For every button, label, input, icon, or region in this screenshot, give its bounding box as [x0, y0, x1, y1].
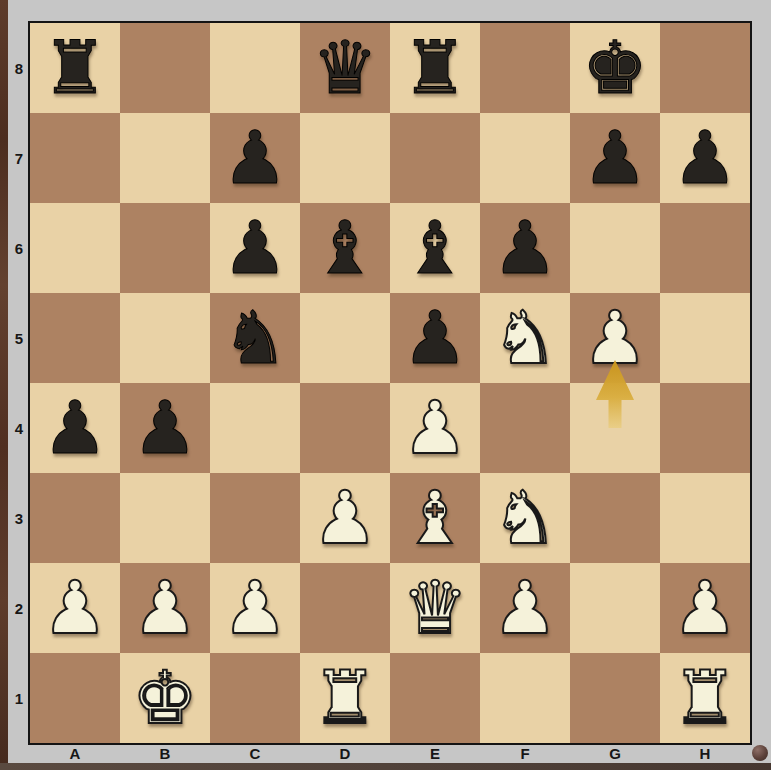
square-b6[interactable]: [120, 203, 210, 293]
piece-black-pawn: ♟: [222, 113, 287, 203]
square-g1[interactable]: [570, 653, 660, 743]
piece-white-rook: ♜: [672, 653, 737, 743]
file-labels: ABCDEFGH: [30, 743, 750, 763]
piece-black-pawn: ♟: [402, 293, 467, 383]
square-a2[interactable]: ♟: [30, 563, 120, 653]
piece-white-pawn: ♟: [492, 563, 557, 653]
file-label-e: E: [390, 743, 480, 763]
file-label-d: D: [300, 743, 390, 763]
file-label-f: F: [480, 743, 570, 763]
piece-black-bishop: ♝: [312, 203, 377, 293]
piece-white-queen: ♛: [402, 563, 467, 653]
wood-frame-bottom: [0, 763, 771, 770]
square-f6[interactable]: ♟: [480, 203, 570, 293]
square-e2[interactable]: ♛: [390, 563, 480, 653]
square-b1[interactable]: ♚: [120, 653, 210, 743]
piece-black-pawn: ♟: [132, 383, 197, 473]
square-c3[interactable]: [210, 473, 300, 563]
piece-white-pawn: ♟: [402, 383, 467, 473]
square-g6[interactable]: [570, 203, 660, 293]
piece-black-knight: ♞: [222, 293, 287, 383]
square-f5[interactable]: ♞: [480, 293, 570, 383]
square-c6[interactable]: ♟: [210, 203, 300, 293]
file-label-a: A: [30, 743, 120, 763]
square-h1[interactable]: ♜: [660, 653, 750, 743]
piece-black-pawn: ♟: [492, 203, 557, 293]
square-f8[interactable]: [480, 23, 570, 113]
square-d5[interactable]: [300, 293, 390, 383]
square-e7[interactable]: [390, 113, 480, 203]
square-h4[interactable]: [660, 383, 750, 473]
file-label-h: H: [660, 743, 750, 763]
square-a8[interactable]: ♜: [30, 23, 120, 113]
square-e6[interactable]: ♝: [390, 203, 480, 293]
square-a6[interactable]: [30, 203, 120, 293]
square-a7[interactable]: [30, 113, 120, 203]
square-d3[interactable]: ♟: [300, 473, 390, 563]
rank-label-4: 4: [8, 383, 30, 473]
piece-white-knight: ♞: [492, 293, 557, 383]
rank-label-2: 2: [8, 563, 30, 653]
square-b7[interactable]: [120, 113, 210, 203]
rank-label-1: 1: [8, 653, 30, 743]
square-f3[interactable]: ♞: [480, 473, 570, 563]
rank-label-8: 8: [8, 23, 30, 113]
piece-black-queen: ♛: [312, 23, 377, 113]
square-d7[interactable]: [300, 113, 390, 203]
square-g2[interactable]: [570, 563, 660, 653]
square-f1[interactable]: [480, 653, 570, 743]
square-e3[interactable]: ♝: [390, 473, 480, 563]
piece-black-rook: ♜: [402, 23, 467, 113]
resize-dot-icon: [752, 745, 768, 761]
square-b5[interactable]: [120, 293, 210, 383]
piece-black-rook: ♜: [42, 23, 107, 113]
piece-white-bishop: ♝: [402, 473, 467, 563]
square-d8[interactable]: ♛: [300, 23, 390, 113]
square-b3[interactable]: [120, 473, 210, 563]
rank-label-6: 6: [8, 203, 30, 293]
square-c8[interactable]: [210, 23, 300, 113]
chess-board: ♜♛♜♚♟♟♟♟♝♝♟♞♟♞♟♟♟♟♟♝♞♟♟♟♛♟♟♚♜♜: [28, 21, 752, 745]
square-a1[interactable]: [30, 653, 120, 743]
piece-white-pawn: ♟: [132, 563, 197, 653]
piece-white-pawn: ♟: [312, 473, 377, 563]
square-h2[interactable]: ♟: [660, 563, 750, 653]
square-g3[interactable]: [570, 473, 660, 563]
wood-frame-left: [0, 0, 8, 770]
square-c7[interactable]: ♟: [210, 113, 300, 203]
square-c2[interactable]: ♟: [210, 563, 300, 653]
square-a4[interactable]: ♟: [30, 383, 120, 473]
square-c4[interactable]: [210, 383, 300, 473]
chess-app-window: 87654321 ♜♛♜♚♟♟♟♟♝♝♟♞♟♞♟♟♟♟♟♝♞♟♟♟♛♟♟♚♜♜ …: [0, 0, 771, 770]
piece-black-pawn: ♟: [582, 113, 647, 203]
piece-black-pawn: ♟: [222, 203, 287, 293]
square-g8[interactable]: ♚: [570, 23, 660, 113]
square-e1[interactable]: [390, 653, 480, 743]
square-g7[interactable]: ♟: [570, 113, 660, 203]
square-h8[interactable]: [660, 23, 750, 113]
piece-white-king: ♚: [132, 653, 197, 743]
square-h5[interactable]: [660, 293, 750, 383]
square-d4[interactable]: [300, 383, 390, 473]
piece-black-bishop: ♝: [402, 203, 467, 293]
piece-white-rook: ♜: [312, 653, 377, 743]
square-e8[interactable]: ♜: [390, 23, 480, 113]
rank-label-3: 3: [8, 473, 30, 563]
file-label-g: G: [570, 743, 660, 763]
piece-white-knight: ♞: [492, 473, 557, 563]
square-b2[interactable]: ♟: [120, 563, 210, 653]
square-c5[interactable]: ♞: [210, 293, 300, 383]
piece-white-pawn: ♟: [582, 293, 647, 383]
file-label-c: C: [210, 743, 300, 763]
rank-labels: 87654321: [8, 23, 30, 743]
rank-label-5: 5: [8, 293, 30, 383]
square-d2[interactable]: [300, 563, 390, 653]
rank-label-7: 7: [8, 113, 30, 203]
square-e5[interactable]: ♟: [390, 293, 480, 383]
square-h6[interactable]: [660, 203, 750, 293]
square-g5[interactable]: ♟: [570, 293, 660, 383]
square-c1[interactable]: [210, 653, 300, 743]
square-d1[interactable]: ♜: [300, 653, 390, 743]
square-a5[interactable]: [30, 293, 120, 383]
piece-white-pawn: ♟: [672, 563, 737, 653]
piece-black-pawn: ♟: [672, 113, 737, 203]
piece-white-pawn: ♟: [222, 563, 287, 653]
square-g4[interactable]: [570, 383, 660, 473]
piece-black-pawn: ♟: [42, 383, 107, 473]
file-label-b: B: [120, 743, 210, 763]
square-b4[interactable]: ♟: [120, 383, 210, 473]
square-e4[interactable]: ♟: [390, 383, 480, 473]
square-b8[interactable]: [120, 23, 210, 113]
square-f7[interactable]: [480, 113, 570, 203]
square-f4[interactable]: [480, 383, 570, 473]
piece-white-pawn: ♟: [42, 563, 107, 653]
square-d6[interactable]: ♝: [300, 203, 390, 293]
square-a3[interactable]: [30, 473, 120, 563]
square-h7[interactable]: ♟: [660, 113, 750, 203]
square-f2[interactable]: ♟: [480, 563, 570, 653]
square-h3[interactable]: [660, 473, 750, 563]
piece-black-king: ♚: [582, 23, 647, 113]
